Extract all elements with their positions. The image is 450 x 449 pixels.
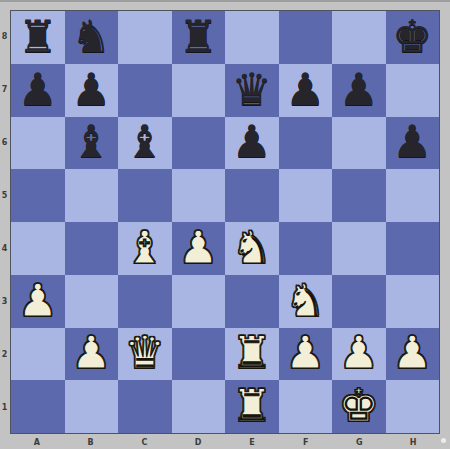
file-label-b: B — [64, 436, 118, 448]
rank-label-3: 3 — [0, 275, 9, 328]
square-c7[interactable] — [118, 64, 172, 117]
square-h8[interactable]: ♚ — [386, 11, 440, 64]
piece-black-rook-d8[interactable]: ♜ — [178, 14, 218, 59]
square-f1[interactable] — [279, 380, 333, 433]
square-c3[interactable] — [118, 275, 172, 328]
piece-white-pawn-a3[interactable]: ♟ — [18, 278, 58, 323]
piece-black-pawn-h6[interactable]: ♟ — [392, 119, 432, 164]
piece-black-knight-b8[interactable]: ♞ — [71, 14, 111, 59]
square-g4[interactable] — [332, 222, 386, 275]
piece-white-pawn-h2[interactable]: ♟ — [392, 330, 432, 375]
piece-black-bishop-c6[interactable]: ♝ — [125, 119, 165, 164]
piece-black-bishop-b6[interactable]: ♝ — [71, 119, 111, 164]
piece-black-pawn-g7[interactable]: ♟ — [339, 67, 379, 112]
square-a6[interactable] — [11, 117, 65, 170]
square-b2[interactable]: ♟ — [65, 328, 119, 381]
square-g7[interactable]: ♟ — [332, 64, 386, 117]
rank-label-4: 4 — [0, 222, 9, 275]
piece-black-king-h8[interactable]: ♚ — [392, 14, 432, 59]
square-a5[interactable] — [11, 169, 65, 222]
square-b8[interactable]: ♞ — [65, 11, 119, 64]
file-label-e: E — [225, 436, 279, 448]
square-a8[interactable]: ♜ — [11, 11, 65, 64]
square-b6[interactable]: ♝ — [65, 117, 119, 170]
square-f2[interactable]: ♟ — [279, 328, 333, 381]
square-g8[interactable] — [332, 11, 386, 64]
square-b5[interactable] — [65, 169, 119, 222]
piece-black-pawn-b7[interactable]: ♟ — [71, 67, 111, 112]
piece-black-pawn-a7[interactable]: ♟ — [18, 67, 58, 112]
piece-white-knight-e4[interactable]: ♞ — [232, 225, 272, 270]
rank-label-2: 2 — [0, 328, 9, 381]
square-g1[interactable]: ♚ — [332, 380, 386, 433]
square-d4[interactable]: ♟ — [172, 222, 226, 275]
square-d7[interactable] — [172, 64, 226, 117]
square-a3[interactable]: ♟ — [11, 275, 65, 328]
rank-label-5: 5 — [0, 169, 9, 222]
square-e7[interactable]: ♛ — [225, 64, 279, 117]
square-a2[interactable] — [11, 328, 65, 381]
rank-label-6: 6 — [0, 116, 9, 169]
window-top-edge — [0, 0, 450, 2]
square-c6[interactable]: ♝ — [118, 117, 172, 170]
square-b4[interactable] — [65, 222, 119, 275]
square-c8[interactable] — [118, 11, 172, 64]
square-f6[interactable] — [279, 117, 333, 170]
piece-white-pawn-d4[interactable]: ♟ — [178, 225, 218, 270]
square-e8[interactable] — [225, 11, 279, 64]
square-b3[interactable] — [65, 275, 119, 328]
piece-black-rook-a8[interactable]: ♜ — [18, 14, 58, 59]
square-g2[interactable]: ♟ — [332, 328, 386, 381]
square-d6[interactable] — [172, 117, 226, 170]
file-label-c: C — [118, 436, 172, 448]
square-e2[interactable]: ♜ — [225, 328, 279, 381]
piece-white-pawn-g2[interactable]: ♟ — [339, 330, 379, 375]
piece-black-pawn-f7[interactable]: ♟ — [285, 67, 325, 112]
square-h1[interactable] — [386, 380, 440, 433]
file-label-h: H — [386, 436, 440, 448]
piece-white-pawn-f2[interactable]: ♟ — [285, 330, 325, 375]
square-g5[interactable] — [332, 169, 386, 222]
square-b1[interactable] — [65, 380, 119, 433]
square-b7[interactable]: ♟ — [65, 64, 119, 117]
square-d1[interactable] — [172, 380, 226, 433]
chess-board: ♜♞♜♚♟♟♛♟♟♝♝♟♟♝♟♞♟♞♟♛♜♟♟♟♜♚ — [10, 10, 440, 434]
square-h3[interactable] — [386, 275, 440, 328]
square-a1[interactable] — [11, 380, 65, 433]
square-h5[interactable] — [386, 169, 440, 222]
square-h2[interactable]: ♟ — [386, 328, 440, 381]
square-e6[interactable]: ♟ — [225, 117, 279, 170]
square-e1[interactable]: ♜ — [225, 380, 279, 433]
piece-white-king-g1[interactable]: ♚ — [339, 383, 379, 428]
rank-label-7: 7 — [0, 63, 9, 116]
square-d5[interactable] — [172, 169, 226, 222]
square-f5[interactable] — [279, 169, 333, 222]
square-h7[interactable] — [386, 64, 440, 117]
rank-label-1: 1 — [0, 381, 9, 434]
piece-white-queen-c2[interactable]: ♛ — [125, 330, 165, 375]
square-g6[interactable] — [332, 117, 386, 170]
file-label-g: G — [333, 436, 387, 448]
piece-white-rook-e1[interactable]: ♜ — [232, 383, 272, 428]
square-a4[interactable] — [11, 222, 65, 275]
corner-dot — [441, 438, 446, 443]
square-f7[interactable]: ♟ — [279, 64, 333, 117]
square-e3[interactable] — [225, 275, 279, 328]
square-d2[interactable] — [172, 328, 226, 381]
square-e5[interactable] — [225, 169, 279, 222]
square-c5[interactable] — [118, 169, 172, 222]
square-d3[interactable] — [172, 275, 226, 328]
file-label-a: A — [10, 436, 64, 448]
square-g3[interactable] — [332, 275, 386, 328]
piece-black-pawn-e6[interactable]: ♟ — [232, 119, 272, 164]
square-c4[interactable]: ♝ — [118, 222, 172, 275]
file-labels: ABCDEFGH — [10, 436, 440, 448]
square-d8[interactable]: ♜ — [172, 11, 226, 64]
square-h6[interactable]: ♟ — [386, 117, 440, 170]
piece-white-knight-f3[interactable]: ♞ — [285, 278, 325, 323]
rank-label-8: 8 — [0, 10, 9, 63]
square-a7[interactable]: ♟ — [11, 64, 65, 117]
square-f3[interactable]: ♞ — [279, 275, 333, 328]
chess-app-window: ♜♞♜♚♟♟♛♟♟♝♝♟♟♝♟♞♟♞♟♛♜♟♟♟♜♚ 87654321 ABCD… — [0, 0, 450, 449]
square-c1[interactable] — [118, 380, 172, 433]
square-c2[interactable]: ♛ — [118, 328, 172, 381]
square-e4[interactable]: ♞ — [225, 222, 279, 275]
square-f4[interactable] — [279, 222, 333, 275]
square-f8[interactable] — [279, 11, 333, 64]
piece-black-queen-e7[interactable]: ♛ — [232, 67, 272, 112]
piece-white-pawn-b2[interactable]: ♟ — [71, 330, 111, 375]
square-h4[interactable] — [386, 222, 440, 275]
piece-white-rook-e2[interactable]: ♜ — [232, 330, 272, 375]
piece-white-bishop-c4[interactable]: ♝ — [125, 225, 165, 270]
file-label-f: F — [279, 436, 333, 448]
file-label-d: D — [171, 436, 225, 448]
rank-labels: 87654321 — [0, 10, 9, 434]
